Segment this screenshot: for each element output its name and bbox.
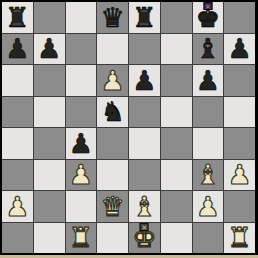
piece-white-bishop[interactable]: ♝ <box>132 193 156 220</box>
square-b6[interactable] <box>34 65 65 96</box>
square-a1[interactable] <box>2 223 33 254</box>
square-d4[interactable] <box>97 128 128 159</box>
square-h3[interactable]: ♟ <box>224 160 255 191</box>
piece-black-knight[interactable]: ♞ <box>101 98 125 125</box>
piece-black-pawn[interactable]: ♟ <box>132 67 156 94</box>
square-d8[interactable]: ♛ <box>97 2 128 33</box>
square-c2[interactable] <box>66 191 97 222</box>
square-e8[interactable]: ♜ <box>129 2 160 33</box>
square-e3[interactable] <box>129 160 160 191</box>
square-g5[interactable] <box>193 97 224 128</box>
square-c4[interactable]: ♟ <box>66 128 97 159</box>
piece-black-pawn[interactable]: ♟ <box>5 35 29 62</box>
square-d5[interactable]: ♞ <box>97 97 128 128</box>
square-h4[interactable] <box>224 128 255 159</box>
square-h7[interactable]: ♟ <box>224 34 255 65</box>
piece-white-queen[interactable]: ♛ <box>101 193 125 220</box>
square-f4[interactable] <box>161 128 192 159</box>
square-g8[interactable]: ♚✕ <box>193 2 224 33</box>
square-f8[interactable] <box>161 2 192 33</box>
square-g1[interactable] <box>193 223 224 254</box>
square-g3[interactable]: ♝ <box>193 160 224 191</box>
piece-white-pawn[interactable]: ♟ <box>228 161 252 188</box>
square-a5[interactable] <box>2 97 33 128</box>
square-f3[interactable] <box>161 160 192 191</box>
piece-white-pawn[interactable]: ♟ <box>101 67 125 94</box>
piece-black-pawn[interactable]: ♟ <box>69 130 93 157</box>
square-c5[interactable] <box>66 97 97 128</box>
king-cross-marker: ✕ <box>203 2 212 10</box>
square-b1[interactable] <box>34 223 65 254</box>
square-c6[interactable] <box>66 65 97 96</box>
square-b7[interactable]: ♟ <box>34 34 65 65</box>
chess-board-window: ♜♛♜♚✕♟♟♝♟♟♟♟♞♟♟♝♟♟♛♝♟♜♚✕♜ <box>0 0 258 258</box>
piece-white-rook[interactable]: ♜ <box>69 224 93 251</box>
piece-black-pawn[interactable]: ♟ <box>228 35 252 62</box>
piece-white-pawn[interactable]: ♟ <box>5 193 29 220</box>
square-f6[interactable] <box>161 65 192 96</box>
square-a7[interactable]: ♟ <box>2 34 33 65</box>
piece-white-rook[interactable]: ♜ <box>228 224 252 251</box>
square-h6[interactable] <box>224 65 255 96</box>
square-f7[interactable] <box>161 34 192 65</box>
square-d2[interactable]: ♛ <box>97 191 128 222</box>
square-e2[interactable]: ♝ <box>129 191 160 222</box>
piece-white-bishop[interactable]: ♝ <box>196 161 220 188</box>
square-f2[interactable] <box>161 191 192 222</box>
king-cross-marker: ✕ <box>140 223 149 231</box>
square-c1[interactable]: ♜ <box>66 223 97 254</box>
piece-black-bishop[interactable]: ♝ <box>196 35 220 62</box>
square-e7[interactable] <box>129 34 160 65</box>
square-b4[interactable] <box>34 128 65 159</box>
square-a3[interactable] <box>2 160 33 191</box>
square-h2[interactable] <box>224 191 255 222</box>
square-f1[interactable] <box>161 223 192 254</box>
square-a4[interactable] <box>2 128 33 159</box>
piece-black-pawn[interactable]: ♟ <box>37 35 61 62</box>
square-b8[interactable] <box>34 2 65 33</box>
piece-black-rook[interactable]: ♜ <box>5 4 29 31</box>
piece-black-pawn[interactable]: ♟ <box>196 67 220 94</box>
piece-black-queen[interactable]: ♛ <box>101 4 125 31</box>
piece-white-pawn[interactable]: ♟ <box>196 193 220 220</box>
square-a6[interactable] <box>2 65 33 96</box>
square-c8[interactable] <box>66 2 97 33</box>
square-a2[interactable]: ♟ <box>2 191 33 222</box>
square-d1[interactable] <box>97 223 128 254</box>
square-e5[interactable] <box>129 97 160 128</box>
square-b2[interactable] <box>34 191 65 222</box>
square-f5[interactable] <box>161 97 192 128</box>
square-d7[interactable] <box>97 34 128 65</box>
square-g6[interactable]: ♟ <box>193 65 224 96</box>
square-d3[interactable] <box>97 160 128 191</box>
square-h8[interactable] <box>224 2 255 33</box>
square-b5[interactable] <box>34 97 65 128</box>
square-e4[interactable] <box>129 128 160 159</box>
square-h1[interactable]: ♜ <box>224 223 255 254</box>
chess-board: ♜♛♜♚✕♟♟♝♟♟♟♟♞♟♟♝♟♟♛♝♟♜♚✕♜ <box>2 2 255 253</box>
square-e6[interactable]: ♟ <box>129 65 160 96</box>
square-g2[interactable]: ♟ <box>193 191 224 222</box>
square-g7[interactable]: ♝ <box>193 34 224 65</box>
piece-white-pawn[interactable]: ♟ <box>69 161 93 188</box>
piece-black-rook[interactable]: ♜ <box>132 4 156 31</box>
square-c3[interactable]: ♟ <box>66 160 97 191</box>
square-b3[interactable] <box>34 160 65 191</box>
square-a8[interactable]: ♜ <box>2 2 33 33</box>
square-g4[interactable] <box>193 128 224 159</box>
square-d6[interactable]: ♟ <box>97 65 128 96</box>
square-h5[interactable] <box>224 97 255 128</box>
square-c7[interactable] <box>66 34 97 65</box>
square-e1[interactable]: ♚✕ <box>129 223 160 254</box>
